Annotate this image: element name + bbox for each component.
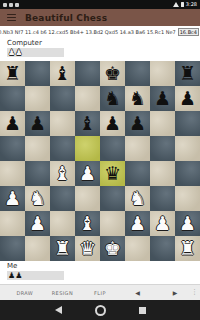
square-g4[interactable] [150,161,175,186]
notification-icon [15,3,19,7]
square-e6[interactable]: ♟ [100,111,125,136]
white-p-piece-b2: ♟ [29,211,46,236]
square-b2[interactable]: ♟ [25,211,50,236]
square-a7[interactable] [0,86,25,111]
captured-white-pawn-icon: ♟ [15,48,22,57]
square-c7[interactable] [50,86,75,111]
notification-icon [9,3,13,7]
square-d8[interactable] [75,61,100,86]
recents-icon[interactable] [139,307,146,314]
white-q-piece-d1: ♛ [79,236,96,261]
square-a5[interactable] [0,136,25,161]
chess-board[interactable]: ♜♝♚♜♞♞♟♟♟♟♝♟♟♝♟♛♟♞♞♟♝♟♟♟♜♛♚♜ [0,61,200,261]
overflow-menu-icon[interactable]: ⋮ [191,288,198,296]
black-n-piece-e7: ♞ [104,86,121,111]
status-icons: 3:28 [173,0,197,9]
square-g1[interactable] [150,236,175,261]
opponent-captured-row: ♟♟ [0,48,200,59]
current-move-badge[interactable]: 16.Bc4 [178,28,199,36]
black-r-piece-a8: ♜ [4,61,21,86]
square-f6[interactable]: ♟ [125,111,150,136]
black-p-piece-a6: ♟ [4,111,21,136]
black-p-piece-g7: ♟ [154,86,171,111]
draw-button[interactable]: DRAW [6,290,44,296]
next-move-button[interactable]: ▶ [156,289,194,296]
player-name-label: Me [0,261,200,271]
square-g3[interactable] [150,186,175,211]
black-p-piece-e6: ♟ [104,111,121,136]
square-h6[interactable] [175,111,200,136]
square-h5[interactable] [175,136,200,161]
white-n-piece-b3: ♞ [29,186,46,211]
square-b5[interactable] [25,136,50,161]
square-g8[interactable] [150,61,175,86]
flip-button[interactable]: FLIP [81,290,119,296]
square-b7[interactable] [25,86,50,111]
square-b1[interactable] [25,236,50,261]
black-b-piece-d6: ♝ [79,111,96,136]
white-p-piece-d4: ♟ [79,161,96,186]
square-f7[interactable]: ♞ [125,86,150,111]
square-g7[interactable]: ♟ [150,86,175,111]
white-k-piece-e1: ♚ [104,236,121,261]
square-f8[interactable] [125,61,150,86]
square-b3[interactable]: ♞ [25,186,50,211]
game-toolbar: DRAW RESIGN FLIP ◀ ▶ ⋮ [0,284,200,300]
square-f4[interactable] [125,161,150,186]
captured-white-pawn-icon: ♟ [8,48,15,57]
white-r-piece-c1: ♜ [54,236,71,261]
white-b-piece-c4: ♝ [54,161,71,186]
black-r-piece-h8: ♜ [179,61,196,86]
square-a8[interactable]: ♜ [0,61,25,86]
square-e1[interactable]: ♚ [100,236,125,261]
home-icon[interactable] [95,305,106,316]
square-g2[interactable]: ♟ [150,211,175,236]
black-q-piece-e4: ♛ [104,161,121,186]
opponent-captured-tray: ♟♟ [7,48,64,57]
player-captured-row: ♟♟ [0,271,200,284]
square-c2[interactable] [50,211,75,236]
black-b-piece-c8: ♝ [54,61,71,86]
square-a6[interactable]: ♟ [0,111,25,136]
black-p-piece-f6: ♟ [129,111,146,136]
square-d6[interactable]: ♝ [75,111,100,136]
opponent-name-label: Computer [0,38,200,48]
square-f1[interactable] [125,236,150,261]
square-d7[interactable] [75,86,100,111]
square-e2[interactable] [100,211,125,236]
back-icon[interactable] [55,306,62,314]
app-bar: Beautiful Chess [0,9,200,26]
square-c1[interactable]: ♜ [50,236,75,261]
wifi-icon [173,2,179,7]
square-f2[interactable]: ♟ [125,211,150,236]
square-c5[interactable] [50,136,75,161]
white-p-piece-h2: ♟ [179,211,196,236]
square-d2[interactable]: ♝ [75,211,100,236]
square-d1[interactable]: ♛ [75,236,100,261]
square-e4[interactable]: ♛ [100,161,125,186]
square-g5[interactable] [150,136,175,161]
battery-icon [181,2,184,7]
square-h1[interactable]: ♜ [175,236,200,261]
black-p-piece-h7: ♟ [179,86,196,111]
square-a1[interactable] [0,236,25,261]
square-e8[interactable]: ♚ [100,61,125,86]
square-e5[interactable] [100,136,125,161]
square-d3[interactable] [75,186,100,211]
square-c8[interactable]: ♝ [50,61,75,86]
android-nav-bar [0,300,200,320]
square-d4[interactable]: ♟ [75,161,100,186]
square-f3[interactable]: ♞ [125,186,150,211]
square-h7[interactable]: ♟ [175,86,200,111]
white-p-piece-a3: ♟ [4,186,21,211]
captured-black-pawn-icon: ♟ [8,271,15,280]
square-e7[interactable]: ♞ [100,86,125,111]
black-n-piece-f7: ♞ [129,86,146,111]
square-c6[interactable] [50,111,75,136]
white-r-piece-h1: ♜ [179,236,196,261]
square-h8[interactable]: ♜ [175,61,200,86]
square-b6[interactable]: ♟ [25,111,50,136]
square-c3[interactable] [50,186,75,211]
square-h2[interactable]: ♟ [175,211,200,236]
clock-text: 3:28 [186,0,197,9]
white-n-piece-f3: ♞ [129,186,146,211]
player-captured-tray: ♟♟ [7,271,64,280]
square-h4[interactable] [175,161,200,186]
move-history-text: e4 a5 9.Ne2 Nh6 10.Nb3 Nf7 11.c4 b6 12.c… [0,29,176,35]
menu-icon[interactable] [7,14,16,22]
notification-icon [3,3,7,7]
square-f5[interactable] [125,136,150,161]
move-list[interactable]: e4 a5 9.Ne2 Nh6 10.Nb3 Nf7 11.c4 b6 12.c… [0,26,200,38]
status-bar: 3:28 [0,0,200,9]
square-h3[interactable] [175,186,200,211]
square-e3[interactable] [100,186,125,211]
white-p-piece-g2: ♟ [154,211,171,236]
square-a2[interactable] [0,211,25,236]
notification-icons [3,3,173,7]
square-g6[interactable] [150,111,175,136]
white-p-piece-f2: ♟ [129,211,146,236]
app-screen: 3:28 Beautiful Chess e4 a5 9.Ne2 Nh6 10.… [0,0,200,320]
black-k-piece-e8: ♚ [104,61,121,86]
square-b4[interactable] [25,161,50,186]
resign-button[interactable]: RESIGN [44,290,82,296]
square-b8[interactable] [25,61,50,86]
prev-move-button[interactable]: ◀ [119,289,157,296]
square-d5[interactable] [75,136,100,161]
app-title: Beautiful Chess [25,13,107,23]
square-a3[interactable]: ♟ [0,186,25,211]
black-p-piece-b6: ♟ [29,111,46,136]
square-c4[interactable]: ♝ [50,161,75,186]
square-a4[interactable] [0,161,25,186]
captured-black-pawn-icon: ♟ [15,271,22,280]
white-b-piece-d2: ♝ [79,211,96,236]
